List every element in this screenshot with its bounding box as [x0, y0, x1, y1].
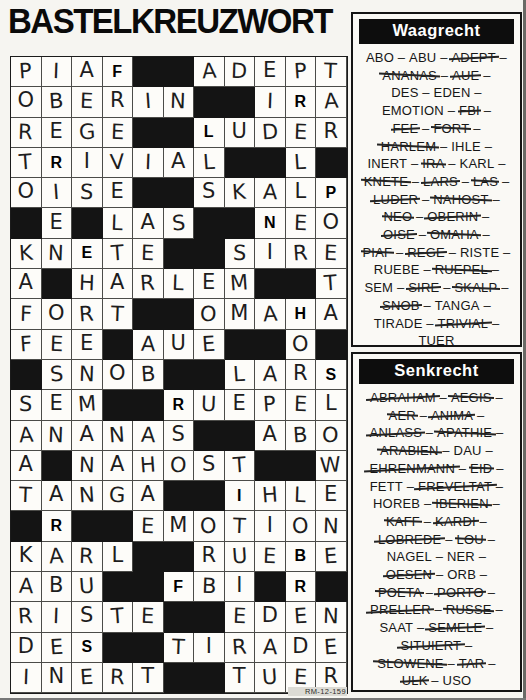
given-letter: L [204, 124, 214, 140]
grid-cell[interactable]: U [225, 118, 256, 148]
grid-cell[interactable]: O [316, 208, 347, 238]
grid-cell[interactable]: D [255, 118, 286, 148]
grid-cell[interactable]: R [103, 663, 134, 693]
grid-cell[interactable]: L [164, 269, 195, 299]
handwritten-letter: E [293, 394, 307, 415]
grid-cell[interactable]: E [286, 602, 317, 632]
grid-cell[interactable]: E [316, 542, 347, 572]
grid-cell[interactable]: L [286, 148, 317, 178]
handwritten-letter: L [111, 545, 123, 566]
handwritten-letter: K [19, 545, 33, 566]
grid-cell[interactable]: E [194, 330, 225, 360]
grid-cell[interactable]: R [72, 299, 103, 329]
grid-cell[interactable]: A [11, 451, 42, 481]
grid-cell[interactable]: F [11, 330, 42, 360]
grid-cell[interactable]: F [11, 299, 42, 329]
grid-cell[interactable]: U [194, 390, 225, 420]
grid-cell[interactable]: L [194, 118, 225, 148]
grid-cell[interactable]: I [42, 178, 73, 208]
grid-cell[interactable]: N [72, 481, 103, 511]
list-word: SAAT [379, 619, 413, 637]
grid-cell[interactable]: O [286, 511, 317, 541]
grid-cell[interactable]: E [133, 602, 164, 632]
grid-cell[interactable]: A [133, 330, 164, 360]
grid-cell[interactable]: A [133, 208, 164, 238]
senkrecht-panel: Senkrecht ABRAHAM – AEGIS –AER – ANIMA –… [351, 352, 522, 692]
grid-cell[interactable]: E [42, 330, 73, 360]
grid-cell[interactable]: M [72, 390, 103, 420]
handwritten-letter: D [231, 61, 248, 83]
grid-cell[interactable]: E [255, 542, 286, 572]
handwritten-letter: N [323, 606, 339, 628]
list-word: ABO [366, 49, 394, 67]
grid-cell[interactable]: A [316, 299, 347, 329]
grid-cell[interactable]: R [286, 87, 317, 117]
grid-cell[interactable]: T [316, 57, 347, 87]
handwritten-letter: B [49, 575, 63, 596]
grid-cell[interactable]: K [11, 239, 42, 269]
handwritten-letter: A [19, 272, 33, 293]
black-cell [194, 481, 225, 511]
grid-cell[interactable]: T [133, 663, 164, 693]
handwritten-letter: I [144, 91, 152, 112]
handwritten-letter: E [201, 333, 216, 355]
grid-cell[interactable]: N [72, 360, 103, 390]
handwritten-letter: S [202, 454, 215, 475]
grid-cell[interactable]: N [255, 208, 286, 238]
black-cell [164, 239, 195, 269]
grid-cell[interactable]: T [103, 602, 134, 632]
list-word: NAGEL [387, 548, 432, 566]
grid-cell[interactable]: E [72, 663, 103, 693]
grid-cell[interactable]: A [194, 57, 225, 87]
grid-cell[interactable]: W [316, 451, 347, 481]
list-word: SEM [364, 279, 393, 297]
handwritten-letter: R [292, 242, 308, 264]
grid-cell[interactable]: B [286, 421, 317, 451]
grid-cell[interactable]: T [11, 481, 42, 511]
grid-cell[interactable]: I [225, 481, 256, 511]
given-letter: R [294, 94, 306, 110]
grid-cell[interactable]: S [164, 208, 195, 238]
grid-cell[interactable]: S [72, 602, 103, 632]
word-list-line: ANLASS – APATHIE – [356, 424, 517, 442]
grid-cell[interactable]: P [255, 390, 286, 420]
handwritten-letter: K [18, 242, 33, 264]
list-word: ABRAHAM [370, 389, 436, 407]
grid-cell[interactable]: R [164, 390, 195, 420]
grid-cell[interactable]: I [42, 57, 73, 87]
grid-cell[interactable]: A [255, 360, 286, 390]
handwritten-letter: T [232, 515, 246, 536]
grid-cell[interactable]: S [225, 239, 256, 269]
grid-cell[interactable]: A [11, 269, 42, 299]
grid-cell[interactable]: I [225, 572, 256, 602]
grid-cell[interactable]: E [194, 269, 225, 299]
black-cell [286, 269, 317, 299]
grid-cell[interactable]: B [133, 360, 164, 390]
grid-cell[interactable]: S [194, 178, 225, 208]
grid-cell[interactable]: U [255, 663, 286, 693]
grid-cell[interactable]: E [103, 178, 134, 208]
grid-cell[interactable]: A [133, 421, 164, 451]
grid-cell[interactable]: A [103, 451, 134, 481]
grid-cell[interactable]: T [225, 511, 256, 541]
grid-cell[interactable]: H [72, 269, 103, 299]
grid-cell[interactable]: E [133, 239, 164, 269]
list-word: ABU [409, 49, 436, 67]
handwritten-letter: N [79, 455, 95, 477]
grid-cell[interactable]: S [11, 390, 42, 420]
grid-cell[interactable]: A [42, 542, 73, 572]
handwritten-letter: A [201, 61, 217, 83]
black-cell [164, 299, 195, 329]
handwritten-letter: M [229, 273, 249, 295]
handwritten-letter: N [48, 666, 64, 687]
word-list-line: LUDER – NAHOST – [356, 191, 517, 209]
list-word: HOREB [373, 495, 420, 513]
grid-cell[interactable]: M [164, 511, 195, 541]
handwritten-letter: O [200, 303, 217, 325]
handwritten-letter: R [323, 666, 338, 687]
handwritten-letter: O [109, 363, 126, 384]
grid-cell[interactable]: A [11, 572, 42, 602]
grid-cell[interactable]: R [133, 269, 164, 299]
handwritten-letter: E [324, 243, 338, 264]
word-list-line: SAAT – SEMELE – [356, 619, 517, 637]
handwritten-letter: H [139, 454, 156, 476]
handwritten-letter: B [201, 576, 216, 597]
word-list-line: SNOB – TANGA – [356, 297, 517, 315]
grid-cell[interactable]: E [225, 602, 256, 632]
handwritten-letter: T [19, 152, 33, 174]
grid-cell[interactable]: N [164, 87, 195, 117]
grid-cell[interactable]: I [11, 663, 42, 693]
handwritten-letter: L [172, 273, 184, 294]
grid-cell[interactable]: R [225, 633, 256, 663]
list-word: FEE [392, 120, 418, 138]
grid-cell[interactable]: E [255, 57, 286, 87]
black-cell [133, 542, 164, 572]
given-letter: P [325, 185, 336, 201]
grid-cell[interactable]: A [255, 633, 286, 663]
grid-cell[interactable]: B [42, 572, 73, 602]
grid-cell[interactable]: O [194, 299, 225, 329]
grid-cell[interactable]: O [11, 178, 42, 208]
grid-cell[interactable]: R [42, 511, 73, 541]
handwritten-letter: R [323, 121, 338, 142]
grid-cell[interactable]: R [42, 148, 73, 178]
handwritten-letter: M [77, 394, 97, 416]
handwritten-letter: R [201, 545, 216, 566]
black-cell [194, 602, 225, 632]
handwritten-letter: I [52, 182, 60, 203]
grid-cell[interactable]: I [133, 87, 164, 117]
word-list-line: KNETE – LARS – LAS – [356, 173, 517, 191]
grid-cell[interactable]: H [255, 481, 286, 511]
given-letter: F [112, 64, 122, 80]
handwritten-letter: A [324, 303, 338, 324]
grid-cell[interactable]: T [103, 239, 134, 269]
handwritten-letter: A [262, 303, 278, 325]
grid-cell[interactable]: I [72, 148, 103, 178]
handwritten-letter: E [263, 546, 277, 567]
grid-cell[interactable]: T [11, 148, 42, 178]
handwritten-letter: R [140, 273, 156, 295]
grid-cell[interactable]: E [316, 481, 347, 511]
grid-cell[interactable]: N [42, 663, 73, 693]
grid-cell[interactable]: E [42, 208, 73, 238]
grid-cell[interactable]: A [72, 421, 103, 451]
grid-cell[interactable]: S [316, 360, 347, 390]
grid-cell[interactable]: E [286, 390, 317, 420]
handwritten-letter: S [232, 243, 246, 264]
grid-cell[interactable]: D [286, 633, 317, 663]
grid-cell[interactable]: I [133, 148, 164, 178]
grid-cell[interactable]: A [255, 178, 286, 208]
handwritten-letter: S [172, 424, 185, 445]
grid-cell[interactable]: P [286, 57, 317, 87]
grid-cell[interactable]: A [72, 57, 103, 87]
list-word: ANIMA [431, 407, 473, 425]
grid-cell[interactable]: T [225, 663, 256, 693]
grid-cell[interactable]: U [164, 330, 195, 360]
grid-cell[interactable]: O [164, 451, 195, 481]
grid-cell[interactable]: A [103, 269, 134, 299]
grid-cell[interactable]: S [72, 178, 103, 208]
grid-cell[interactable]: S [164, 421, 195, 451]
grid-cell[interactable]: P [316, 178, 347, 208]
word-list-line: OESEN – ORB – [356, 566, 517, 584]
list-word: INERT [367, 155, 407, 173]
grid-cell[interactable]: D [255, 602, 286, 632]
grid-cell[interactable]: E [103, 118, 134, 148]
word-list-line: ARABIEN – DAU – [356, 442, 517, 460]
handwritten-letter: T [19, 485, 33, 506]
list-word: SEMELE [428, 619, 482, 637]
grid-cell[interactable]: A [133, 481, 164, 511]
black-cell [194, 87, 225, 117]
grid-cell[interactable]: O [316, 421, 347, 451]
handwritten-letter: T [233, 666, 246, 687]
grid-cell[interactable]: E [72, 239, 103, 269]
grid-cell[interactable]: O [103, 360, 134, 390]
grid-cell[interactable]: E [286, 118, 317, 148]
grid-cell[interactable]: N [42, 239, 73, 269]
grid-cell[interactable]: N [42, 421, 73, 451]
black-cell [255, 451, 286, 481]
handwritten-letter: S [202, 181, 215, 202]
grid-cell[interactable]: O [11, 87, 42, 117]
handwritten-letter: E [141, 243, 155, 264]
grid-cell[interactable]: E [42, 633, 73, 663]
handwritten-letter: E [323, 545, 338, 567]
grid-cell[interactable]: D [225, 57, 256, 87]
handwritten-letter: L [325, 393, 337, 414]
grid-cell[interactable]: G [72, 118, 103, 148]
grid-cell[interactable]: L [194, 148, 225, 178]
list-word: PORTO [437, 584, 484, 602]
grid-cell[interactable]: T [164, 633, 195, 663]
grid-cell[interactable]: E [42, 390, 73, 420]
black-cell [316, 572, 347, 602]
list-word: ADEPT [451, 49, 495, 67]
grid-cell[interactable]: R [11, 602, 42, 632]
grid-cell[interactable]: K [11, 542, 42, 572]
grid-cell[interactable]: E [72, 330, 103, 360]
grid-cell[interactable]: M [225, 269, 256, 299]
grid-cell[interactable]: T [103, 299, 134, 329]
handwritten-letter: O [17, 181, 34, 202]
grid-cell[interactable]: E [286, 208, 317, 238]
grid-cell[interactable]: T [225, 451, 256, 481]
word-list-line: KAFF – KARDI – [356, 513, 517, 531]
grid-cell[interactable]: R [103, 87, 134, 117]
grid-cell[interactable]: E [316, 239, 347, 269]
handwritten-letter: O [200, 515, 218, 537]
word-list-line: POETA – PORTO – [356, 584, 517, 602]
grid-cell[interactable]: E [133, 511, 164, 541]
black-cell [133, 118, 164, 148]
handwritten-letter: A [19, 454, 33, 475]
grid-cell[interactable]: P [11, 57, 42, 87]
grid-cell[interactable]: A [316, 87, 347, 117]
grid-cell[interactable]: H [286, 299, 317, 329]
grid-cell[interactable]: O [42, 299, 73, 329]
handwritten-letter: P [263, 394, 277, 416]
handwritten-letter: E [50, 393, 63, 414]
grid-cell[interactable]: R [286, 239, 317, 269]
grid-cell[interactable]: I [255, 87, 286, 117]
given-letter: N [264, 215, 276, 231]
handwritten-letter: L [233, 364, 246, 386]
black-cell [72, 511, 103, 541]
grid-cell[interactable]: E [42, 118, 73, 148]
grid-cell[interactable]: N [316, 511, 347, 541]
list-word: LAS [473, 173, 498, 191]
handwritten-letter: A [80, 424, 94, 445]
handwritten-letter: E [80, 333, 93, 354]
grid-cell[interactable]: R [286, 360, 317, 390]
handwritten-letter: E [49, 334, 63, 355]
list-word: OMAHA [430, 226, 479, 244]
grid-cell[interactable]: L [103, 542, 134, 572]
grid-cell[interactable]: L [286, 178, 317, 208]
handwritten-letter: O [291, 333, 309, 355]
list-word: DAU [454, 442, 482, 460]
grid-cell[interactable]: I [255, 511, 286, 541]
grid-cell[interactable]: M [225, 299, 256, 329]
handwritten-letter: E [293, 606, 308, 628]
handwritten-letter: A [141, 484, 155, 505]
grid-cell[interactable]: A [11, 421, 42, 451]
handwritten-letter: I [53, 606, 60, 627]
grid-cell[interactable]: I [255, 239, 286, 269]
grid-cell[interactable]: S [194, 451, 225, 481]
grid-cell[interactable]: N [316, 602, 347, 632]
grid-cell[interactable]: E [72, 87, 103, 117]
grid-cell[interactable]: S [72, 633, 103, 663]
senkrecht-word-list: ABRAHAM – AEGIS –AER – ANIMA –ANLASS – A… [353, 388, 520, 691]
black-cell [103, 511, 134, 541]
grid-cell[interactable]: B [286, 542, 317, 572]
grid-cell[interactable]: U [225, 542, 256, 572]
grid-cell[interactable]: A [255, 299, 286, 329]
grid-cell[interactable]: A [42, 481, 73, 511]
grid-cell[interactable]: R [72, 542, 103, 572]
handwritten-letter: D [292, 636, 308, 657]
grid-cell[interactable]: O [286, 330, 317, 360]
list-word: REGE [407, 244, 445, 262]
grid-cell[interactable]: N [72, 451, 103, 481]
grid-cell[interactable]: G [103, 481, 134, 511]
handwritten-letter: O [17, 90, 34, 111]
grid-cell[interactable]: A [255, 421, 286, 451]
grid-cell[interactable]: F [103, 57, 134, 87]
grid-cell[interactable]: F [164, 572, 195, 602]
word-list-line: HARLEM – IHLE – [356, 138, 517, 156]
handwritten-letter: I [84, 151, 90, 172]
handwritten-letter: T [324, 273, 338, 295]
word-list-line: ANANAS – AUE – [356, 67, 517, 85]
grid-cell[interactable]: R [194, 542, 225, 572]
handwritten-letter: E [79, 667, 94, 689]
grid-cell[interactable]: L [103, 208, 134, 238]
grid-cell[interactable]: R [316, 118, 347, 148]
black-cell [164, 663, 195, 693]
grid-cell[interactable]: I [194, 633, 225, 663]
list-word: KNETE [364, 173, 408, 191]
handwritten-letter: T [141, 666, 154, 687]
handwritten-letter: I [53, 61, 60, 82]
grid-cell[interactable]: N [103, 421, 134, 451]
grid-cell[interactable]: E [316, 633, 347, 663]
black-cell [194, 663, 225, 693]
print-code: RM-12-159 [288, 687, 347, 696]
list-word: NAHOST [433, 191, 488, 209]
grid-cell[interactable]: L [316, 390, 347, 420]
black-cell [11, 208, 42, 238]
grid-cell[interactable]: U [72, 572, 103, 602]
grid-cell[interactable]: R [286, 572, 317, 602]
grid-cell[interactable]: I [42, 602, 73, 632]
grid-cell[interactable]: O [194, 511, 225, 541]
grid-cell[interactable]: D [11, 633, 42, 663]
grid-cell[interactable]: R [11, 118, 42, 148]
black-cell [133, 633, 164, 663]
grid-cell[interactable]: L [225, 360, 256, 390]
handwritten-letter: L [294, 485, 306, 506]
handwritten-letter: E [293, 212, 307, 233]
grid-cell[interactable]: B [42, 87, 73, 117]
grid-cell[interactable]: T [316, 269, 347, 299]
handwritten-letter: A [110, 454, 124, 475]
grid-cell[interactable]: E [225, 390, 256, 420]
grid-cell[interactable]: V [103, 148, 134, 178]
given-letter: F [173, 579, 183, 595]
handwritten-letter: L [294, 181, 306, 202]
grid-cell[interactable]: B [194, 572, 225, 602]
list-word: FETT [370, 478, 403, 496]
handwritten-letter: P [19, 61, 33, 83]
list-word: TIRADE [374, 315, 423, 333]
grid-cell[interactable]: L [286, 481, 317, 511]
grid-cell[interactable]: K [225, 178, 256, 208]
list-word: OBERIN [427, 208, 478, 226]
grid-cell[interactable]: S [42, 360, 73, 390]
grid-cell[interactable]: A [164, 148, 195, 178]
grid-cell[interactable]: H [133, 451, 164, 481]
